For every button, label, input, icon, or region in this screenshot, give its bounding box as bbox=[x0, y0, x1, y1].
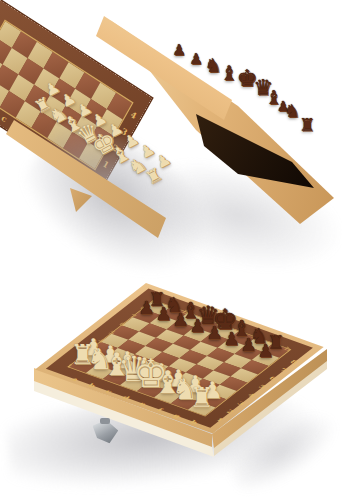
piece-black-pawn[interactable]: ♟ bbox=[172, 312, 188, 330]
piece-white-rook[interactable]: ♜ bbox=[190, 384, 214, 411]
rank-label-4: 4 bbox=[247, 392, 257, 398]
piece-black-pawn[interactable]: ♟ bbox=[155, 305, 171, 323]
file-label-f: f bbox=[156, 407, 164, 412]
rank-label-1: 1 bbox=[215, 417, 225, 423]
rank-label-6: 6 bbox=[268, 376, 278, 382]
file-label-d: d bbox=[121, 395, 131, 401]
piece-black-pawn[interactable]: ♟ bbox=[189, 318, 205, 336]
file-label-a: a bbox=[71, 376, 81, 381]
piece-black-knight: ♞ bbox=[284, 102, 300, 120]
folded-file-label-c: c bbox=[0, 114, 8, 124]
file-label-c: c bbox=[105, 389, 114, 394]
product-photo-stage: 44332211abcdefgh aabbccddeeffgghh1122334… bbox=[0, 0, 342, 500]
piece-black-pawn: ♟ bbox=[189, 52, 202, 67]
rank-label-2: 2 bbox=[225, 409, 235, 415]
piece-black-pawn[interactable]: ♟ bbox=[257, 342, 273, 360]
rank-label-5: 5 bbox=[257, 384, 267, 390]
piece-black-pawn[interactable]: ♟ bbox=[223, 330, 239, 348]
piece-black-rook: ♜ bbox=[299, 116, 315, 134]
metal-clasp-hinge bbox=[100, 418, 110, 424]
file-label-e: e bbox=[139, 401, 149, 406]
file-label-h: h bbox=[189, 419, 199, 425]
rank-label-8: 8 bbox=[289, 359, 299, 365]
piece-black-bishop: ♝ bbox=[220, 63, 238, 83]
piece-black-pawn: ♟ bbox=[172, 43, 185, 58]
folded-rank-label-4: 4 bbox=[129, 110, 138, 120]
rank-label-7: 7 bbox=[279, 367, 289, 373]
piece-black-knight: ♞ bbox=[204, 56, 221, 75]
rank-label-3: 3 bbox=[236, 400, 246, 406]
piece-black-pawn[interactable]: ♟ bbox=[206, 324, 222, 342]
piece-black-pawn[interactable]: ♟ bbox=[240, 336, 256, 354]
piece-black-pawn[interactable]: ♟ bbox=[138, 299, 154, 317]
file-label-g: g bbox=[172, 413, 182, 419]
file-label-b: b bbox=[87, 382, 97, 388]
